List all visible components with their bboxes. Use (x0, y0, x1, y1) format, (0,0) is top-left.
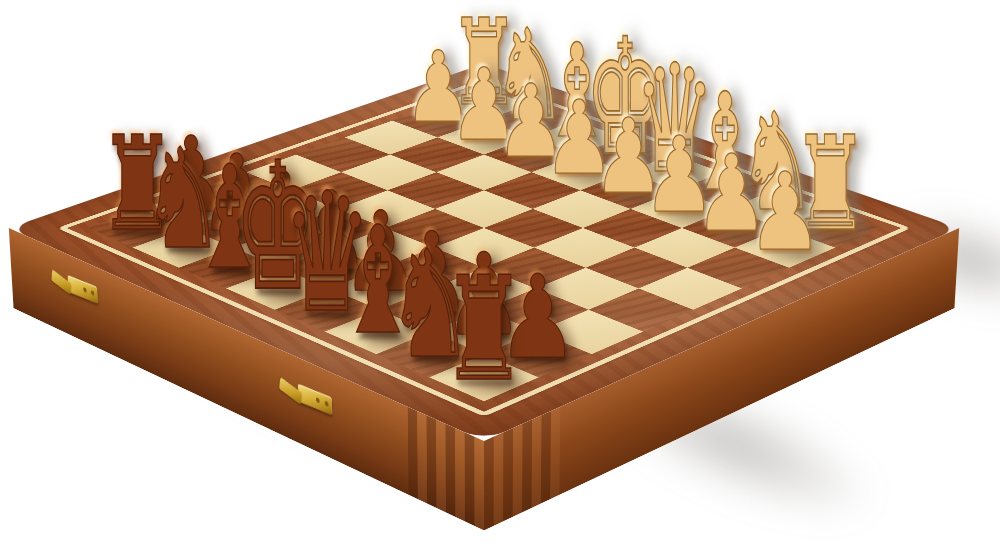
product-photo-stage: ♜♞♟♝♟♚♟♛♟♝♟♞♟♟♜♟♟♜♟♟♞♟♝♟♚♟♛♟♝♟♞♜ (0, 0, 1000, 546)
square-c6[interactable] (432, 268, 535, 310)
square-d7[interactable] (329, 268, 432, 310)
brass-clasp-icon (67, 275, 98, 304)
square-a4[interactable] (639, 268, 742, 310)
square-e8[interactable] (226, 268, 329, 310)
square-b5[interactable] (536, 268, 639, 310)
square-b4[interactable] (586, 248, 688, 289)
folding-chess-box (9, 63, 959, 441)
square-f7[interactable] (233, 228, 333, 268)
square-a2[interactable] (735, 228, 835, 268)
square-b7[interactable] (431, 310, 537, 354)
square-a7[interactable] (484, 332, 592, 378)
square-b8[interactable] (376, 332, 484, 378)
square-c8[interactable] (325, 310, 431, 354)
clasp-pins-icon (91, 290, 95, 296)
square-c4[interactable] (534, 228, 634, 268)
clasp-pins-icon (325, 401, 329, 408)
square-a8[interactable] (429, 354, 538, 401)
brass-clasp-icon (298, 384, 333, 416)
square-b3[interactable] (635, 228, 735, 268)
square-c5[interactable] (484, 248, 586, 289)
square-g8[interactable] (133, 228, 233, 268)
square-b6[interactable] (484, 288, 589, 331)
square-a3[interactable] (687, 248, 789, 289)
square-f8[interactable] (179, 248, 281, 289)
square-c7[interactable] (379, 288, 484, 331)
clasp-hook-icon (279, 377, 302, 404)
board-top-face (9, 63, 959, 441)
square-a5[interactable] (589, 288, 694, 331)
square-d8[interactable] (275, 288, 380, 331)
square-a6[interactable] (537, 310, 643, 354)
square-d5[interactable] (434, 228, 534, 268)
square-d6[interactable] (382, 248, 484, 289)
square-e7[interactable] (281, 248, 383, 289)
clasp-hook-icon (51, 269, 71, 294)
square-e6[interactable] (333, 228, 433, 268)
